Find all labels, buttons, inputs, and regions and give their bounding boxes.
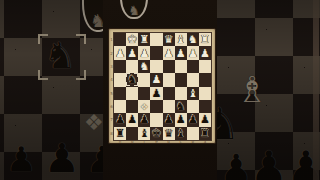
white-bishop-c1[interactable]: ♝ — [176, 34, 186, 45]
black-rook-a8[interactable]: ♜ — [200, 127, 210, 138]
square-d2[interactable]: ♟ — [163, 46, 175, 59]
white-rook-a1[interactable]: ♜ — [200, 34, 210, 45]
white-bishop-b5[interactable]: ♝ — [188, 87, 198, 98]
black-pawn-e5[interactable]: ♟ — [152, 87, 162, 98]
square-e1[interactable] — [150, 33, 162, 46]
square-f7[interactable]: ♟ — [138, 113, 150, 126]
black-pawn-f7[interactable]: ♟ — [139, 114, 149, 125]
square-h8[interactable]: ♜ — [114, 127, 126, 140]
square-b8[interactable] — [187, 127, 199, 140]
square-c5[interactable] — [175, 87, 187, 100]
panel-vignette — [0, 0, 103, 180]
rank-label-7: 7 — [110, 113, 114, 126]
square-e3[interactable] — [150, 60, 162, 73]
square-a1[interactable]: ♜ — [199, 33, 211, 46]
board-grid: ♚♜♛♝♞♜♟♟♟♟♟♟♟♞♞♟♟♝♞♟♟♟♟♟♟♟♜♝♚♛♝♜ — [114, 33, 211, 140]
square-g1[interactable]: ♚ — [126, 33, 138, 46]
square-h4[interactable] — [114, 73, 126, 86]
shield-crest-icon: ♞ — [120, 0, 148, 19]
black-pawn-b7[interactable]: ♟ — [188, 114, 198, 125]
black-knight-c6[interactable]: ♞ — [176, 101, 186, 112]
square-a7[interactable]: ♟ — [199, 113, 211, 126]
square-e7[interactable] — [150, 113, 162, 126]
rank-label-8: 8 — [110, 127, 114, 140]
white-pawn-c2[interactable]: ♟ — [176, 47, 186, 58]
square-a2[interactable]: ♟ — [199, 46, 211, 59]
rank-label-1: 1 — [110, 33, 114, 46]
square-a3[interactable] — [199, 60, 211, 73]
square-f2[interactable]: ♟ — [138, 46, 150, 59]
square-b4[interactable] — [187, 73, 199, 86]
rank-label-2: 2 — [110, 46, 114, 59]
square-c2[interactable]: ♟ — [175, 46, 187, 59]
square-f8[interactable]: ♝ — [138, 127, 150, 140]
square-f3[interactable]: ♞ — [138, 60, 150, 73]
square-c7[interactable]: ♟ — [175, 113, 187, 126]
white-knight-b1[interactable]: ♞ — [188, 34, 198, 45]
square-d1[interactable]: ♛ — [163, 33, 175, 46]
square-h7[interactable]: ♟ — [114, 113, 126, 126]
square-g8[interactable] — [126, 127, 138, 140]
square-h5[interactable] — [114, 87, 126, 100]
white-king-g1[interactable]: ♚ — [127, 34, 137, 45]
square-d3[interactable] — [163, 60, 175, 73]
panel-vignette — [217, 0, 320, 180]
video-area: ♞ 12345678 hgfedcba ♚♜♛♝♞♜♟♟♟♟♟♟♟♞♞♟♟♝♞♟… — [103, 0, 217, 180]
square-d7[interactable]: ♟ — [163, 113, 175, 126]
black-pawn-c7[interactable]: ♟ — [176, 114, 186, 125]
rank-labels: 12345678 — [110, 33, 114, 140]
square-d5[interactable] — [163, 87, 175, 100]
square-b5[interactable]: ♝ — [187, 87, 199, 100]
square-g2[interactable]: ♟ — [126, 46, 138, 59]
black-queen-d8[interactable]: ♛ — [164, 127, 174, 138]
white-pawn-d2[interactable]: ♟ — [164, 47, 174, 58]
black-bishop-c8[interactable]: ♝ — [176, 127, 186, 138]
square-e2[interactable] — [150, 46, 162, 59]
square-f4[interactable] — [138, 73, 150, 86]
square-e4[interactable]: ♟ — [150, 73, 162, 86]
square-b3[interactable] — [187, 60, 199, 73]
square-d6[interactable] — [163, 100, 175, 113]
square-e5[interactable]: ♟ — [150, 87, 162, 100]
square-b1[interactable]: ♞ — [187, 33, 199, 46]
square-f1[interactable]: ♜ — [138, 33, 150, 46]
white-queen-d1[interactable]: ♛ — [164, 34, 174, 45]
square-c3[interactable] — [175, 60, 187, 73]
square-a6[interactable] — [199, 100, 211, 113]
square-h3[interactable] — [114, 60, 126, 73]
square-g3[interactable] — [126, 60, 138, 73]
square-h6[interactable] — [114, 100, 126, 113]
black-pawn-a7[interactable]: ♟ — [200, 114, 210, 125]
square-c4[interactable] — [175, 73, 187, 86]
square-b7[interactable]: ♟ — [187, 113, 199, 126]
square-c8[interactable]: ♝ — [175, 127, 187, 140]
letterbox-panel-right: ♗ ♞ ♟ ♟ ♟ — [217, 0, 320, 180]
square-c1[interactable]: ♝ — [175, 33, 187, 46]
square-g7[interactable]: ♟ — [126, 113, 138, 126]
square-g6[interactable] — [126, 100, 138, 113]
square-h1[interactable] — [114, 33, 126, 46]
chess-board: 12345678 hgfedcba ♚♜♛♝♞♜♟♟♟♟♟♟♟♞♞♟♟♝♞♟♟♟… — [108, 28, 216, 144]
white-pawn-g2[interactable]: ♟ — [127, 47, 137, 58]
square-d4[interactable] — [163, 73, 175, 86]
rank-label-3: 3 — [110, 60, 114, 73]
square-f6[interactable] — [138, 100, 150, 113]
rank-label-5: 5 — [110, 87, 114, 100]
square-c6[interactable]: ♞ — [175, 100, 187, 113]
black-king-e8[interactable]: ♚ — [152, 127, 162, 138]
black-bishop-f8[interactable]: ♝ — [139, 127, 149, 138]
black-pawn-d7[interactable]: ♟ — [164, 114, 174, 125]
square-e6[interactable] — [150, 100, 162, 113]
rank-label-4: 4 — [110, 73, 114, 86]
white-rook-f1[interactable]: ♜ — [139, 34, 149, 45]
square-g5[interactable] — [126, 87, 138, 100]
white-knight-f3[interactable]: ♞ — [139, 60, 149, 71]
square-f5[interactable] — [138, 87, 150, 100]
square-e8[interactable]: ♚ — [150, 127, 162, 140]
square-g4[interactable]: ♞ — [126, 73, 138, 86]
shield-knight-icon: ♞ — [128, 4, 140, 17]
letterbox-panel-left: ♞ ♞ ❖ ♟ ♟ ♟ — [0, 0, 103, 180]
square-a4[interactable] — [199, 73, 211, 86]
white-pawn-a2[interactable]: ♟ — [200, 47, 210, 58]
square-a8[interactable]: ♜ — [199, 127, 211, 140]
square-a5[interactable] — [199, 87, 211, 100]
white-pawn-b2[interactable]: ♟ — [188, 47, 198, 58]
black-knight-g4[interactable]: ♞ — [127, 74, 137, 85]
square-d8[interactable]: ♛ — [163, 127, 175, 140]
white-pawn-h2[interactable]: ♟ — [115, 47, 125, 58]
white-pawn-e4[interactable]: ♟ — [152, 74, 162, 85]
black-pawn-g7[interactable]: ♟ — [127, 114, 137, 125]
black-pawn-h7[interactable]: ♟ — [115, 114, 125, 125]
white-pawn-f2[interactable]: ♟ — [139, 47, 149, 58]
square-b2[interactable]: ♟ — [187, 46, 199, 59]
rank-label-6: 6 — [110, 100, 114, 113]
black-rook-h8[interactable]: ♜ — [115, 127, 125, 138]
youtube-short-frame: ♞ ♞ ❖ ♟ ♟ ♟ ♗ ♞ ♟ ♟ ♟ ♞ 12345678 hgfedcb… — [0, 0, 320, 180]
square-b6[interactable] — [187, 100, 199, 113]
square-h2[interactable]: ♟ — [114, 46, 126, 59]
